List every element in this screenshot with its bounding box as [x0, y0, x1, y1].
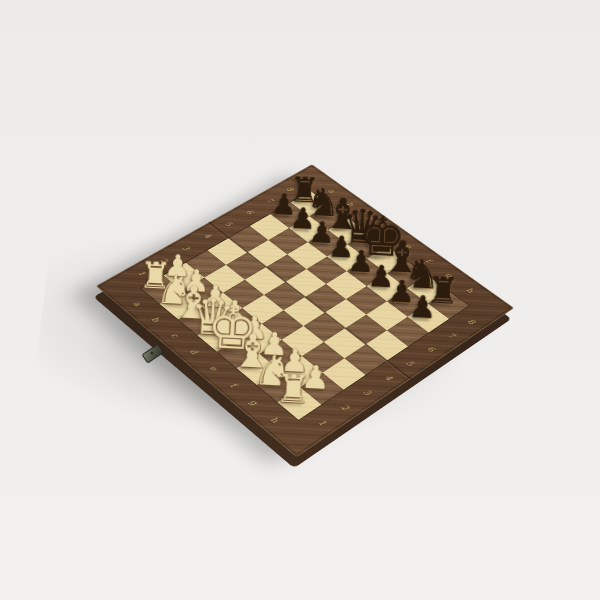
- white-rook-glyph: ♜: [260, 368, 326, 410]
- board-wrapper: aabbccddeeffgghh1122334455667788 ♜♞♝♛♚♝♞…: [149, 141, 460, 452]
- black-pawn-glyph: ♟: [392, 290, 454, 324]
- chess-set-photo: aabbccddeeffgghh1122334455667788 ♜♞♝♛♚♝♞…: [0, 0, 600, 600]
- board-tilt-wrapper: aabbccddeeffgghh1122334455667788 ♜♞♝♛♚♝♞…: [0, 0, 600, 600]
